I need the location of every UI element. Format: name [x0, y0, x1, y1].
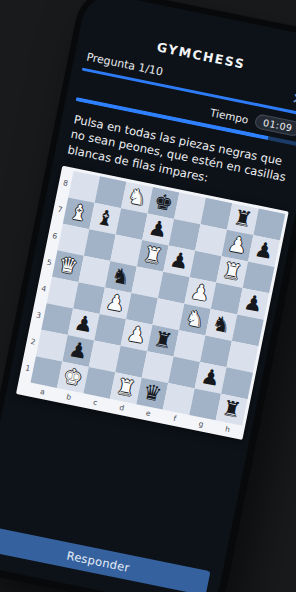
piece-white-knight[interactable]: ♞	[184, 308, 207, 332]
piece-black-knight[interactable]: ♞	[110, 265, 133, 289]
piece-white-knight[interactable]: ♞	[126, 186, 149, 210]
piece-black-pawn[interactable]: ♟	[242, 292, 265, 316]
square-h1: ♜	[216, 394, 248, 426]
chessboard: 8♞♚♜7♝♝♟♟♟6♜♟♜5♛♞♟♟4♟♞♞3♟♟♜2♟♟1♚♜♛♜abcde…	[16, 166, 289, 440]
phone-mockup: GYMCHESS Pregunta 1/10 ✕ Tiempo 01:09 Pu…	[0, 0, 296, 592]
piece-black-rook[interactable]: ♜	[220, 398, 243, 422]
piece-black-knight[interactable]: ♞	[210, 313, 233, 337]
piece-white-pawn[interactable]: ♟	[189, 281, 212, 305]
piece-white-rook[interactable]: ♜	[141, 244, 164, 268]
piece-black-pawn[interactable]: ♟	[72, 313, 95, 337]
piece-black-rook[interactable]: ♜	[231, 207, 254, 231]
app-screen: GYMCHESS Pregunta 1/10 ✕ Tiempo 01:09 Pu…	[0, 0, 296, 592]
piece-black-pawn[interactable]: ♟	[253, 239, 276, 263]
piece-black-pawn[interactable]: ♟	[199, 366, 222, 390]
piece-black-pawn[interactable]: ♟	[147, 218, 170, 242]
piece-white-pawn[interactable]: ♟	[226, 234, 249, 258]
piece-black-pawn[interactable]: ♟	[168, 249, 191, 273]
background: GYMCHESS Pregunta 1/10 ✕ Tiempo 01:09 Pu…	[0, 0, 296, 592]
piece-white-rook[interactable]: ♜	[221, 260, 244, 284]
piece-black-bishop[interactable]: ♝	[94, 207, 117, 231]
piece-white-bishop[interactable]: ♝	[67, 201, 90, 225]
piece-black-king[interactable]: ♚	[152, 191, 175, 215]
piece-white-queen[interactable]: ♛	[57, 254, 80, 278]
piece-white-rook[interactable]: ♜	[114, 376, 137, 400]
piece-white-pawn[interactable]: ♟	[125, 323, 148, 347]
piece-black-rook[interactable]: ♜	[152, 329, 175, 353]
timer-label: Tiempo	[209, 106, 249, 125]
close-icon[interactable]: ✕	[287, 91, 296, 108]
question-progress: Pregunta 1/10	[83, 50, 164, 79]
piece-black-queen[interactable]: ♛	[141, 382, 164, 406]
piece-white-pawn[interactable]: ♟	[104, 291, 127, 315]
piece-white-king[interactable]: ♚	[62, 365, 85, 389]
piece-black-pawn[interactable]: ♟	[67, 339, 90, 363]
